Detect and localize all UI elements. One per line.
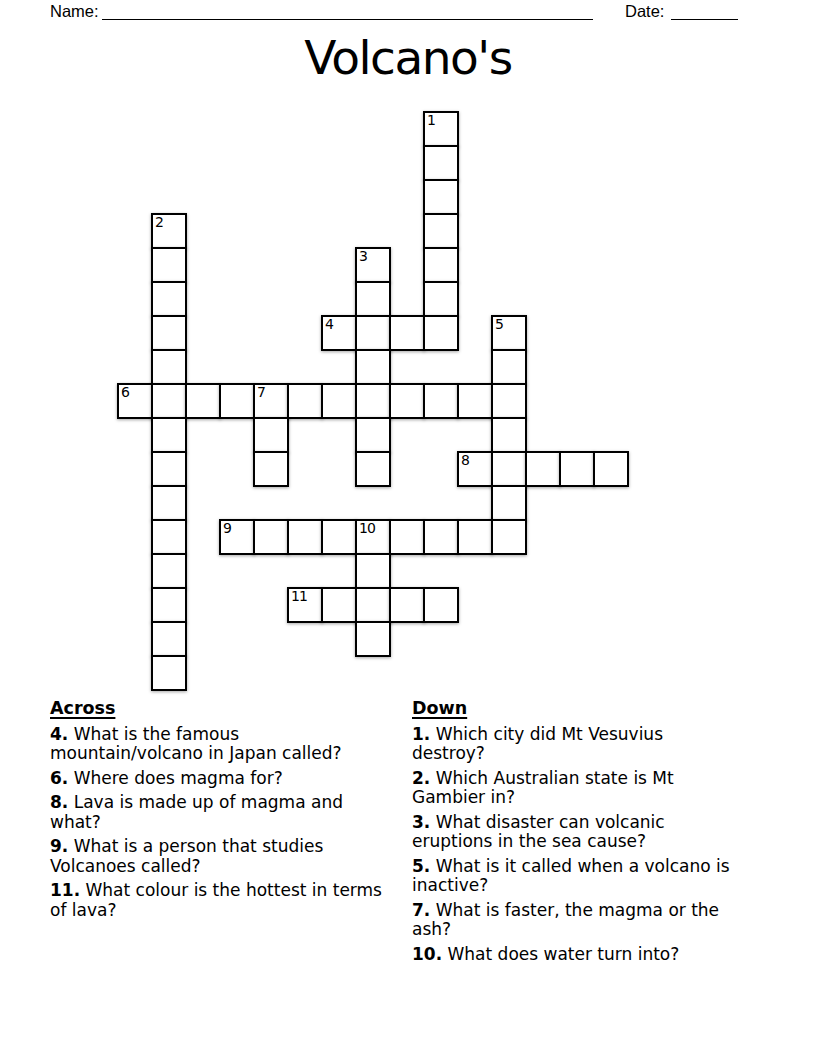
clue-down-3: 3. What disaster can volcanic eruptions … bbox=[412, 813, 784, 852]
grid-cell-r5c7[interactable] bbox=[355, 281, 391, 317]
grid-cell-r5c9[interactable] bbox=[423, 281, 459, 317]
clue-across-4: 4. What is the famous mountain/volcano i… bbox=[50, 725, 408, 764]
grid-cell-r14c9[interactable] bbox=[423, 587, 459, 623]
cell-number: 8 bbox=[461, 453, 469, 468]
grid-cell-r0c9[interactable]: 1 bbox=[423, 111, 459, 147]
clue-down-2: 2. Which Australian state is Mt Gambier … bbox=[412, 769, 784, 808]
clue-number: 11. bbox=[50, 880, 80, 900]
grid-cell-r9c11[interactable] bbox=[491, 417, 527, 453]
cell-number: 4 bbox=[325, 317, 333, 332]
clue-number: 2. bbox=[412, 768, 430, 788]
grid-cell-r14c5[interactable]: 11 bbox=[287, 587, 323, 623]
grid-cell-r4c9[interactable] bbox=[423, 247, 459, 283]
clue-number: 10. bbox=[412, 944, 442, 964]
grid-cell-r12c11[interactable] bbox=[491, 519, 527, 555]
grid-cell-r5c1[interactable] bbox=[151, 281, 187, 317]
grid-cell-r8c0[interactable]: 6 bbox=[117, 383, 153, 419]
cell-number: 5 bbox=[495, 317, 503, 332]
grid-cell-r13c1[interactable] bbox=[151, 553, 187, 589]
clue-number: 5. bbox=[412, 856, 430, 876]
clue-number: 1. bbox=[412, 724, 430, 744]
grid-cell-r10c12[interactable] bbox=[525, 451, 561, 487]
grid-cell-r6c8[interactable] bbox=[389, 315, 425, 351]
clue-number: 8. bbox=[50, 792, 68, 812]
clue-down-7: 7. What is faster, the magma or the ash? bbox=[412, 901, 784, 940]
grid-cell-r12c3[interactable]: 9 bbox=[219, 519, 255, 555]
grid-cell-r7c1[interactable] bbox=[151, 349, 187, 385]
grid-cell-r16c1[interactable] bbox=[151, 655, 187, 691]
clue-across-6: 6. Where does magma for? bbox=[50, 769, 408, 789]
grid-cell-r12c10[interactable] bbox=[457, 519, 493, 555]
grid-cell-r8c10[interactable] bbox=[457, 383, 493, 419]
clue-down-1: 1. Which city did Mt Vesuvius destroy? bbox=[412, 725, 784, 764]
clue-text: Which city did Mt Vesuvius destroy? bbox=[412, 724, 663, 764]
grid-cell-r11c11[interactable] bbox=[491, 485, 527, 521]
worksheet-page: Name: Date: Volcano's 1234567891011 Acro… bbox=[0, 0, 816, 1056]
grid-cell-r4c7[interactable]: 3 bbox=[355, 247, 391, 283]
grid-cell-r8c2[interactable] bbox=[185, 383, 221, 419]
grid-cell-r6c6[interactable]: 4 bbox=[321, 315, 357, 351]
grid-cell-r10c10[interactable]: 8 bbox=[457, 451, 493, 487]
grid-cell-r9c7[interactable] bbox=[355, 417, 391, 453]
grid-cell-r12c1[interactable] bbox=[151, 519, 187, 555]
grid-cell-r8c9[interactable] bbox=[423, 383, 459, 419]
date-fill-in-line[interactable] bbox=[671, 19, 738, 20]
grid-cell-r15c1[interactable] bbox=[151, 621, 187, 657]
grid-cell-r1c9[interactable] bbox=[423, 145, 459, 181]
grid-cell-r10c14[interactable] bbox=[593, 451, 629, 487]
cell-number: 1 bbox=[427, 113, 435, 128]
grid-cell-r8c4[interactable]: 7 bbox=[253, 383, 289, 419]
cell-number: 3 bbox=[359, 249, 367, 264]
clue-number: 7. bbox=[412, 900, 430, 920]
grid-cell-r12c5[interactable] bbox=[287, 519, 323, 555]
grid-cell-r8c5[interactable] bbox=[287, 383, 323, 419]
clue-number: 9. bbox=[50, 836, 68, 856]
grid-cell-r14c6[interactable] bbox=[321, 587, 357, 623]
grid-cell-r10c13[interactable] bbox=[559, 451, 595, 487]
grid-cell-r15c7[interactable] bbox=[355, 621, 391, 657]
clue-text: What is a person that studies Volcanoes … bbox=[50, 836, 323, 876]
clue-text: What is it called when a volcano is inac… bbox=[412, 856, 730, 896]
grid-cell-r6c11[interactable]: 5 bbox=[491, 315, 527, 351]
cell-number: 6 bbox=[121, 385, 129, 400]
grid-cell-r12c4[interactable] bbox=[253, 519, 289, 555]
grid-cell-r14c8[interactable] bbox=[389, 587, 425, 623]
grid-cell-r9c4[interactable] bbox=[253, 417, 289, 453]
grid-cell-r7c11[interactable] bbox=[491, 349, 527, 385]
grid-cell-r8c8[interactable] bbox=[389, 383, 425, 419]
across-clues: Across 4. What is the famous mountain/vo… bbox=[50, 699, 408, 925]
clue-number: 6. bbox=[50, 768, 68, 788]
puzzle-title: Volcano's bbox=[0, 31, 816, 85]
clue-text: Lava is made up of magma and what? bbox=[50, 792, 343, 832]
grid-cell-r14c7[interactable] bbox=[355, 587, 391, 623]
clue-text: What does water turn into? bbox=[448, 944, 680, 964]
clue-number: 4. bbox=[50, 724, 68, 744]
grid-cell-r6c1[interactable] bbox=[151, 315, 187, 351]
cell-number: 7 bbox=[257, 385, 265, 400]
name-label: Name: bbox=[50, 2, 99, 21]
cell-number: 11 bbox=[291, 589, 307, 604]
down-heading: Down bbox=[412, 699, 784, 719]
clue-text: What colour is the hottest in terms of l… bbox=[50, 880, 382, 920]
date-label: Date: bbox=[625, 2, 664, 21]
grid-cell-r3c9[interactable] bbox=[423, 213, 459, 249]
cell-number: 2 bbox=[155, 215, 163, 230]
clue-text: What is faster, the magma or the ash? bbox=[412, 900, 719, 940]
grid-cell-r10c11[interactable] bbox=[491, 451, 527, 487]
grid-cell-r6c9[interactable] bbox=[423, 315, 459, 351]
cell-number: 9 bbox=[223, 521, 231, 536]
grid-cell-r12c6[interactable] bbox=[321, 519, 357, 555]
grid-cell-r10c4[interactable] bbox=[253, 451, 289, 487]
clue-down-10: 10. What does water turn into? bbox=[412, 945, 784, 965]
grid-cell-r2c9[interactable] bbox=[423, 179, 459, 215]
crossword-grid: 1234567891011 bbox=[117, 111, 629, 691]
grid-cell-r12c8[interactable] bbox=[389, 519, 425, 555]
grid-cell-r8c11[interactable] bbox=[491, 383, 527, 419]
clue-text: What disaster can volcanic eruptions in … bbox=[412, 812, 665, 852]
grid-cell-r8c3[interactable] bbox=[219, 383, 255, 419]
grid-cell-r8c6[interactable] bbox=[321, 383, 357, 419]
grid-cell-r12c7[interactable]: 10 bbox=[355, 519, 391, 555]
grid-cell-r14c1[interactable] bbox=[151, 587, 187, 623]
name-fill-in-line[interactable] bbox=[102, 19, 593, 20]
clue-number: 3. bbox=[412, 812, 430, 832]
grid-cell-r6c7[interactable] bbox=[355, 315, 391, 351]
across-heading: Across bbox=[50, 699, 408, 719]
grid-cell-r4c1[interactable] bbox=[151, 247, 187, 283]
grid-cell-r11c1[interactable] bbox=[151, 485, 187, 521]
grid-cell-r8c7[interactable] bbox=[355, 383, 391, 419]
grid-cell-r13c7[interactable] bbox=[355, 553, 391, 589]
grid-cell-r9c1[interactable] bbox=[151, 417, 187, 453]
clue-text: Which Australian state is Mt Gambier in? bbox=[412, 768, 674, 808]
down-clues: Down 1. Which city did Mt Vesuvius destr… bbox=[412, 699, 784, 969]
grid-cell-r10c7[interactable] bbox=[355, 451, 391, 487]
clue-across-8: 8. Lava is made up of magma and what? bbox=[50, 793, 408, 832]
grid-cell-r3c1[interactable]: 2 bbox=[151, 213, 187, 249]
clue-across-9: 9. What is a person that studies Volcano… bbox=[50, 837, 408, 876]
clue-text: Where does magma for? bbox=[74, 768, 283, 788]
cell-number: 10 bbox=[359, 521, 375, 536]
grid-cell-r12c9[interactable] bbox=[423, 519, 459, 555]
clue-down-5: 5. What is it called when a volcano is i… bbox=[412, 857, 784, 896]
grid-cell-r7c7[interactable] bbox=[355, 349, 391, 385]
clue-across-11: 11. What colour is the hottest in terms … bbox=[50, 881, 408, 920]
grid-cell-r8c1[interactable] bbox=[151, 383, 187, 419]
clue-text: What is the famous mountain/volcano in J… bbox=[50, 724, 342, 764]
grid-cell-r10c1[interactable] bbox=[151, 451, 187, 487]
